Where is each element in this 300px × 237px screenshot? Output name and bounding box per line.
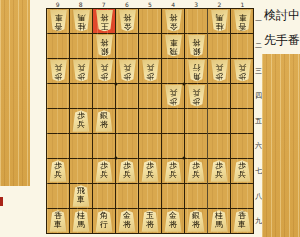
square-51[interactable] [139,9,161,33]
square-79[interactable]: 角行 [93,209,115,233]
left-edge-red-mark [0,197,3,206]
square-82[interactable] [70,34,92,58]
piece-kanji: 兵 [123,62,131,71]
square-15[interactable] [231,109,253,133]
file-label: 8 [69,0,92,8]
square-27[interactable]: 歩兵 [208,159,230,183]
piece-kanji: 馬 [215,12,223,21]
square-18[interactable] [231,184,253,208]
piece-gote-21[interactable]: 桂馬 [210,10,229,32]
square-42[interactable]: 飛車 [162,34,184,58]
file-label: 7 [92,0,115,8]
piece-sente-17[interactable]: 歩兵 [233,160,252,182]
square-14[interactable] [231,84,253,108]
piece-kanji: 車 [54,221,62,230]
piece-kanji: 将 [192,37,200,46]
square-21[interactable]: 桂馬 [208,9,230,33]
piece-kanji: 飛 [169,46,177,55]
piece-kanji: 歩 [192,96,200,105]
file-label: 4 [162,0,185,8]
piece-sente-39[interactable]: 銀将 [187,210,206,232]
file-label: 3 [185,0,208,8]
status-text: 検討中 [264,7,300,24]
piece-kanji: 将 [169,12,177,21]
piece-kanji: 兵 [77,62,85,71]
square-87[interactable] [70,159,92,183]
piece-sente-97[interactable]: 歩兵 [49,160,68,182]
square-13[interactable]: 歩兵 [231,59,253,83]
rank-label: 一 [254,8,263,33]
square-91[interactable]: 香車 [47,9,69,33]
piece-kanji: 香 [238,21,246,30]
square-16[interactable] [231,134,253,158]
square-84[interactable] [70,84,92,108]
square-66[interactable] [116,134,138,158]
square-37[interactable]: 歩兵 [185,159,207,183]
piece-gote-83[interactable]: 歩兵 [72,60,91,82]
square-93[interactable]: 歩兵 [47,59,69,83]
square-47[interactable]: 歩兵 [162,159,184,183]
piece-kanji: 兵 [146,171,154,180]
square-36[interactable] [185,134,207,158]
piece-gote-71[interactable]: 王将 [95,10,114,32]
piece-kanji: 兵 [100,171,108,180]
piece-kanji: 兵 [100,62,108,71]
file-label: 2 [208,0,231,8]
square-99[interactable]: 香車 [47,209,69,233]
piece-sente-77[interactable]: 歩兵 [95,160,114,182]
piece-kanji: 将 [100,121,108,130]
piece-kanji: 兵 [192,87,200,96]
square-31[interactable] [185,9,207,33]
piece-kanji: 兵 [192,171,200,180]
square-24[interactable] [208,84,230,108]
square-64[interactable] [116,84,138,108]
turn-indicator: 先手番 [264,32,300,49]
piece-kanji: 馬 [77,221,85,230]
piece-sente-75[interactable]: 銀将 [95,110,114,132]
square-11[interactable]: 香車 [231,9,253,33]
sente-komadai [0,0,30,186]
square-58[interactable] [139,184,161,208]
piece-kanji: 兵 [215,62,223,71]
piece-gote-91[interactable]: 香車 [49,10,68,32]
piece-kanji: 馬 [215,221,223,230]
piece-kanji: 兵 [77,121,85,130]
shogi-board[interactable]: 香車桂馬王将金将金将桂馬香車銀将飛車銀将歩兵歩兵歩兵歩兵歩兵角行歩兵歩兵歩兵歩兵… [46,8,254,234]
square-52[interactable] [139,34,161,58]
file-label: 6 [115,0,138,8]
square-77[interactable]: 歩兵 [93,159,115,183]
piece-kanji: 桂 [215,21,223,30]
piece-gote-33[interactable]: 角行 [187,60,206,82]
piece-kanji: 歩 [169,96,177,105]
piece-kanji: 角 [192,71,200,80]
piece-kanji: 兵 [238,171,246,180]
piece-kanji: 行 [100,221,108,230]
piece-kanji: 将 [100,37,108,46]
piece-kanji: 香 [54,21,62,30]
piece-kanji: 兵 [169,171,177,180]
gote-komadai [262,54,300,237]
square-62[interactable] [116,34,138,58]
square-81[interactable]: 桂馬 [70,9,92,33]
square-12[interactable] [231,34,253,58]
piece-kanji: 車 [54,12,62,21]
square-69[interactable]: 金将 [116,209,138,233]
piece-kanji: 車 [238,221,246,230]
piece-sente-57[interactable]: 歩兵 [141,160,160,182]
square-75[interactable]: 銀将 [93,109,115,133]
piece-gote-81[interactable]: 桂馬 [72,10,91,32]
piece-sente-85[interactable]: 歩兵 [72,110,91,132]
square-26[interactable] [208,134,230,158]
square-57[interactable]: 歩兵 [139,159,161,183]
piece-gote-72[interactable]: 銀将 [95,35,114,57]
piece-kanji: 歩 [123,71,131,80]
square-76[interactable] [93,134,115,158]
piece-gote-23[interactable]: 歩兵 [210,60,229,82]
square-39[interactable]: 銀将 [185,209,207,233]
square-44[interactable]: 歩兵 [162,84,184,108]
file-label: 9 [46,0,69,8]
square-53[interactable]: 歩兵 [139,59,161,83]
square-23[interactable]: 歩兵 [208,59,230,83]
piece-kanji: 車 [238,12,246,21]
square-89[interactable]: 桂馬 [70,209,92,233]
piece-kanji: 車 [77,196,85,205]
square-97[interactable]: 歩兵 [47,159,69,183]
square-29[interactable]: 桂馬 [208,209,230,233]
square-46[interactable] [162,134,184,158]
piece-kanji: 銀 [100,46,108,55]
square-94[interactable] [47,84,69,108]
piece-kanji: 将 [123,12,131,21]
piece-kanji: 兵 [169,87,177,96]
piece-kanji: 将 [169,221,177,230]
square-83[interactable]: 歩兵 [70,59,92,83]
piece-kanji: 馬 [77,12,85,21]
piece-gote-63[interactable]: 歩兵 [118,60,137,82]
square-56[interactable] [139,134,161,158]
piece-gote-13[interactable]: 歩兵 [233,60,252,82]
square-19[interactable]: 香車 [231,209,253,233]
square-22[interactable] [208,34,230,58]
square-68[interactable] [116,184,138,208]
square-72[interactable]: 銀将 [93,34,115,58]
piece-gote-44[interactable]: 歩兵 [164,85,183,107]
hoshi-dot [183,157,186,160]
square-96[interactable] [47,134,69,158]
piece-gote-93[interactable]: 歩兵 [49,60,68,82]
piece-kanji: 兵 [123,171,131,180]
piece-sente-29[interactable]: 桂馬 [210,210,229,232]
file-labels: 987654321 [46,0,254,8]
piece-kanji: 王 [100,21,108,30]
piece-kanji: 将 [123,221,131,230]
square-35[interactable] [185,109,207,133]
square-49[interactable]: 金将 [162,209,184,233]
piece-kanji: 兵 [54,171,62,180]
piece-kanji: 行 [192,62,200,71]
piece-sente-79[interactable]: 角行 [95,210,114,232]
piece-kanji: 将 [146,221,154,230]
piece-kanji: 金 [123,21,131,30]
piece-kanji: 歩 [100,71,108,80]
file-label: 5 [138,0,161,8]
piece-kanji: 歩 [146,71,154,80]
piece-kanji: 銀 [192,46,200,55]
square-28[interactable] [208,184,230,208]
piece-kanji: 歩 [238,71,246,80]
square-98[interactable] [47,184,69,208]
square-63[interactable]: 歩兵 [116,59,138,83]
square-25[interactable] [208,109,230,133]
piece-kanji: 桂 [77,21,85,30]
piece-kanji: 金 [169,21,177,30]
square-55[interactable] [139,109,161,133]
square-17[interactable]: 歩兵 [231,159,253,183]
piece-sente-47[interactable]: 歩兵 [164,160,183,182]
file-label: 1 [231,0,254,8]
piece-kanji: 車 [169,37,177,46]
piece-gote-32[interactable]: 銀将 [187,35,206,57]
piece-sente-19[interactable]: 香車 [233,210,252,232]
square-67[interactable]: 歩兵 [116,159,138,183]
piece-gote-73[interactable]: 歩兵 [95,60,114,82]
square-95[interactable] [47,109,69,133]
piece-sente-49[interactable]: 金将 [164,210,183,232]
square-71[interactable]: 王将 [93,9,115,33]
hoshi-dot [114,82,117,85]
square-86[interactable] [70,134,92,158]
piece-sente-99[interactable]: 香車 [49,210,68,232]
hoshi-dot [183,82,186,85]
piece-gote-41[interactable]: 金将 [164,10,183,32]
piece-kanji: 兵 [215,171,223,180]
square-34[interactable]: 歩兵 [185,84,207,108]
square-78[interactable] [93,184,115,208]
piece-gote-61[interactable]: 金将 [118,10,137,32]
piece-sente-37[interactable]: 歩兵 [187,160,206,182]
square-65[interactable] [116,109,138,133]
piece-kanji: 将 [192,221,200,230]
piece-sente-88[interactable]: 飛車 [72,185,91,207]
square-45[interactable] [162,109,184,133]
piece-sente-67[interactable]: 歩兵 [118,160,137,182]
piece-gote-53[interactable]: 歩兵 [141,60,160,82]
square-85[interactable]: 歩兵 [70,109,92,133]
piece-kanji: 歩 [215,71,223,80]
piece-gote-34[interactable]: 歩兵 [187,85,206,107]
square-73[interactable]: 歩兵 [93,59,115,83]
square-33[interactable]: 角行 [185,59,207,83]
piece-kanji: 兵 [146,62,154,71]
square-92[interactable] [47,34,69,58]
piece-sente-59[interactable]: 玉将 [141,210,160,232]
square-43[interactable] [162,59,184,83]
square-32[interactable]: 銀将 [185,34,207,58]
piece-gote-42[interactable]: 飛車 [164,35,183,57]
square-61[interactable]: 金将 [116,9,138,33]
piece-kanji: 兵 [238,62,246,71]
square-59[interactable]: 玉将 [139,209,161,233]
piece-sente-27[interactable]: 歩兵 [210,160,229,182]
square-54[interactable] [139,84,161,108]
square-38[interactable] [185,184,207,208]
square-48[interactable] [162,184,184,208]
piece-kanji: 将 [100,12,108,21]
shogi-app-window: 987654321 一二三四五六七八九 香車桂馬王将金将金将桂馬香車銀将飛車銀将… [0,0,300,237]
piece-kanji: 歩 [77,71,85,80]
piece-sente-89[interactable]: 桂馬 [72,210,91,232]
square-74[interactable] [93,84,115,108]
piece-kanji: 歩 [54,71,62,80]
square-41[interactable]: 金将 [162,9,184,33]
piece-kanji: 兵 [54,62,62,71]
piece-sente-69[interactable]: 金将 [118,210,137,232]
square-88[interactable]: 飛車 [70,184,92,208]
hoshi-dot [114,157,117,160]
piece-gote-11[interactable]: 香車 [233,10,252,32]
